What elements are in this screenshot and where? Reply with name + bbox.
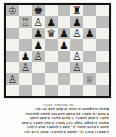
- solution-line-2: Qxc8 4.Kxc8 wins; 2...Kd8 3.Qxd6+ Ke8 4.…: [7, 125, 109, 130]
- solution-line-3: mate) 2.Qxg6! fxg6 3.f7 Qd1+ 4.Ka7 Qd4+ …: [7, 120, 109, 125]
- black-king-icon: ♚: [34, 5, 43, 16]
- black-pawn-icon: ♟: [59, 39, 68, 50]
- white-pawn-icon: ♙: [72, 51, 81, 62]
- black-queen-icon: ♛: [46, 28, 55, 39]
- square-d3: [45, 62, 58, 73]
- square-c3: [32, 62, 45, 73]
- square-b1: [19, 85, 32, 96]
- chess-board: ♔♚♜♖♙♟♟♟♛♟♙♟♟♟♟♙♙♙♙♙♕: [6, 5, 109, 96]
- square-a6: [6, 28, 19, 39]
- square-c1: [32, 85, 45, 96]
- square-b3: ♙: [19, 62, 32, 73]
- square-h6: [96, 28, 109, 39]
- square-f6: ♙: [70, 28, 83, 39]
- solution-line-1: 1.Rb8+! Kxc7 (1...Qxb8 2.Qxc6+! dxc6 3.c…: [7, 129, 109, 134]
- square-d5: [45, 39, 58, 50]
- black-pawn-icon: ♟: [59, 28, 68, 39]
- white-pawn-icon: ♙: [34, 16, 43, 27]
- black-pawn-icon: ♟: [34, 39, 43, 50]
- square-f2: [70, 73, 83, 84]
- square-g5: [83, 39, 96, 50]
- square-d1: [45, 85, 58, 96]
- square-g4: [83, 51, 96, 62]
- square-e2: [58, 73, 71, 84]
- white-king-icon: ♔: [8, 5, 17, 16]
- solution-line-6: Black resigned in view of Rb8 and c8=Q+: [7, 107, 109, 112]
- square-e5: ♟: [58, 39, 71, 50]
- square-h2: [96, 73, 109, 84]
- square-h4: [96, 51, 109, 62]
- square-f1: [70, 85, 83, 96]
- square-h3: [96, 62, 109, 73]
- square-d4: [45, 51, 58, 62]
- upside-down-solution-text: 1.Rb8+! Kxc7 (1...Qxb8 2.Qxc6+! dxc6 3.c…: [7, 102, 109, 134]
- white-rook-icon: ♖: [21, 16, 30, 27]
- solution-line-5: 9.fxe8=Q Qd6+ 10.Kxd6 and the pawn queen…: [7, 111, 109, 116]
- square-f3: ♙: [70, 62, 83, 73]
- square-a4: [6, 51, 19, 62]
- square-d2: [45, 73, 58, 84]
- square-a5: [6, 39, 19, 50]
- square-g1: [83, 85, 96, 96]
- square-h8: [96, 5, 109, 16]
- square-c4: ♙: [32, 51, 45, 62]
- white-pawn-icon: ♙: [8, 73, 17, 84]
- square-g8: [83, 5, 96, 16]
- square-g2: ♕: [83, 73, 96, 84]
- square-a7: [6, 16, 19, 27]
- black-pawn-icon: ♟: [34, 28, 43, 39]
- square-b6: [19, 28, 32, 39]
- square-g6: ♟: [83, 28, 96, 39]
- black-pawn-icon: ♟: [21, 51, 30, 62]
- square-d6: ♛: [45, 28, 58, 39]
- square-b2: [19, 73, 32, 84]
- white-pawn-icon: ♙: [34, 51, 43, 62]
- white-pawn-icon: ♙: [72, 62, 81, 73]
- square-c2: [32, 73, 45, 84]
- white-pawn-icon: ♙: [21, 62, 30, 73]
- square-e3: [58, 62, 71, 73]
- square-a1: [6, 85, 19, 96]
- square-h5: [96, 39, 109, 50]
- square-e8: [58, 5, 71, 16]
- white-queen-icon: ♕: [85, 73, 94, 84]
- black-pawn-icon: ♟: [46, 16, 55, 27]
- black-rook-icon: ♜: [72, 5, 81, 16]
- square-e4: [58, 51, 71, 62]
- square-h7: [96, 16, 109, 27]
- black-pawn-icon: ♟: [85, 28, 94, 39]
- square-a2: ♙: [6, 73, 19, 84]
- black-pawn-icon: ♟: [72, 16, 81, 27]
- chess-board-frame: ♔♚♜♖♙♟♟♟♛♟♙♟♟♟♟♙♙♙♙♙♕: [4, 3, 111, 98]
- white-pawn-icon: ♙: [72, 28, 81, 39]
- square-a8: ♔: [6, 5, 19, 16]
- square-b7: ♖: [19, 16, 32, 27]
- square-h1: [96, 85, 109, 96]
- square-e1: [58, 85, 71, 96]
